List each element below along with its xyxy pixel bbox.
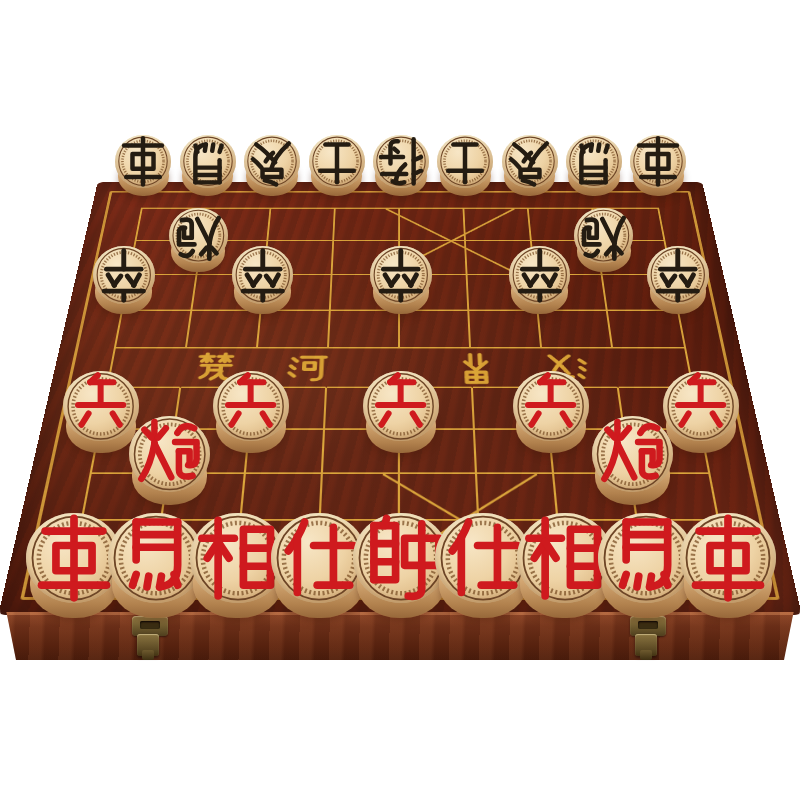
- piece-black-horse[interactable]: [180, 135, 236, 205]
- piece-black-soldier[interactable]: [370, 246, 432, 323]
- board-cell[interactable]: [464, 209, 531, 241]
- board-cell[interactable]: [268, 209, 335, 241]
- piece-black-chariot[interactable]: [115, 135, 171, 205]
- piece-black-soldier[interactable]: [232, 246, 294, 323]
- piece-black-chariot[interactable]: [630, 135, 686, 205]
- piece-black-cannon[interactable]: [169, 208, 228, 281]
- piece-red-cannon[interactable]: [592, 416, 673, 518]
- piece-black-soldier[interactable]: [509, 246, 571, 323]
- board-cell[interactable]: [334, 209, 400, 241]
- piece-red-soldier[interactable]: [663, 371, 738, 465]
- piece-red-cannon[interactable]: [129, 416, 210, 518]
- piece-black-soldier[interactable]: [647, 246, 709, 323]
- piece-black-elephant[interactable]: [244, 135, 300, 205]
- piece-black-soldier[interactable]: [93, 246, 155, 323]
- piece-black-cannon[interactable]: [574, 208, 633, 281]
- piece-black-advisor[interactable]: [437, 135, 493, 205]
- piece-black-general[interactable]: [373, 135, 429, 205]
- piece-red-chariot[interactable]: [680, 513, 776, 633]
- piece-red-soldier[interactable]: [363, 371, 438, 465]
- piece-red-soldier[interactable]: [213, 371, 288, 465]
- piece-red-soldier[interactable]: [513, 371, 588, 465]
- piece-black-elephant[interactable]: [502, 135, 558, 205]
- board-cell[interactable]: [400, 209, 466, 241]
- piece-black-horse[interactable]: [566, 135, 622, 205]
- xiangqi-set-photo: { "game": "xiangqi", "title": "Wooden fo…: [0, 0, 800, 800]
- piece-black-advisor[interactable]: [309, 135, 365, 205]
- piece-red-soldier[interactable]: [63, 371, 138, 465]
